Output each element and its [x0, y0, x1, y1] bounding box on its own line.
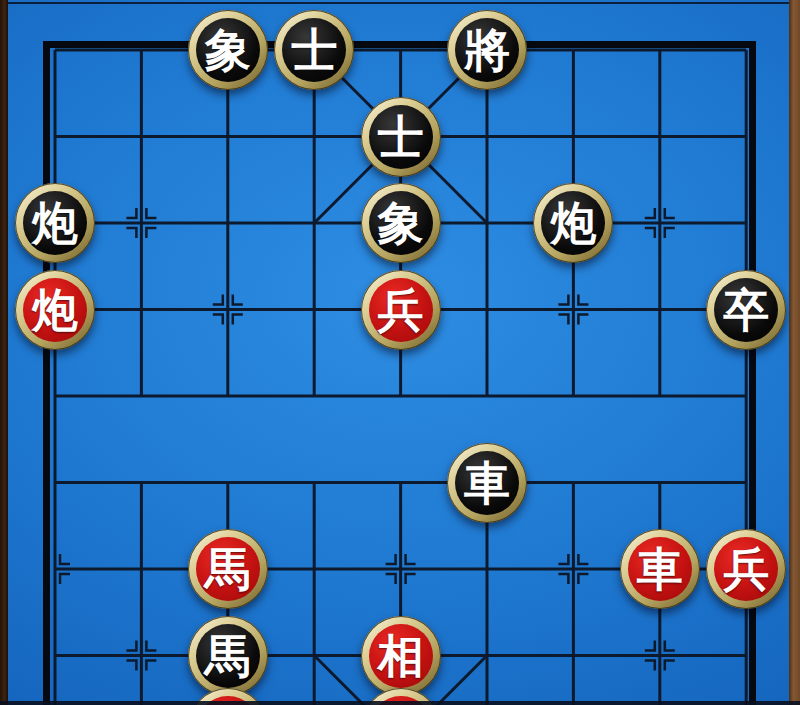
piece-red-horse[interactable]: 馬 [188, 529, 268, 609]
piece-black-advisor[interactable]: 士 [274, 10, 354, 90]
piece-character: 馬 [196, 537, 260, 601]
piece-black-elephant[interactable]: 象 [188, 10, 268, 90]
piece-character: 兵 [714, 537, 778, 601]
top-edge-line [0, 2, 800, 4]
piece-character: 車 [628, 537, 692, 601]
piece-black-cannon[interactable]: 炮 [15, 183, 95, 263]
pieces-layer: 象士將士炮象炮炮兵卒車馬車兵馬相 [0, 0, 800, 705]
left-frame-strip [0, 0, 8, 705]
piece-black-chariot[interactable]: 車 [447, 443, 527, 523]
piece-character: 象 [196, 18, 260, 82]
piece-character: 士 [369, 105, 433, 169]
piece-black-advisor[interactable]: 士 [361, 97, 441, 177]
piece-character: 炮 [23, 191, 87, 255]
piece-character: 相 [369, 624, 433, 688]
right-frame-strip [789, 0, 800, 705]
piece-character: 卒 [714, 278, 778, 342]
bottom-edge-band [0, 701, 800, 705]
piece-character: 炮 [541, 191, 605, 255]
piece-character: 炮 [23, 278, 87, 342]
piece-black-general[interactable]: 將 [447, 10, 527, 90]
xiangqi-board: 象士將士炮象炮炮兵卒車馬車兵馬相 [0, 0, 800, 705]
piece-character: 車 [455, 451, 519, 515]
piece-character: 將 [455, 18, 519, 82]
piece-character: 馬 [196, 624, 260, 688]
piece-red-soldier[interactable]: 兵 [361, 270, 441, 350]
piece-black-elephant[interactable]: 象 [361, 183, 441, 263]
piece-red-soldier[interactable]: 兵 [706, 529, 786, 609]
piece-red-chariot[interactable]: 車 [620, 529, 700, 609]
piece-black-soldier[interactable]: 卒 [706, 270, 786, 350]
piece-red-elephant[interactable]: 相 [361, 616, 441, 696]
piece-character: 士 [282, 18, 346, 82]
piece-black-horse[interactable]: 馬 [188, 616, 268, 696]
piece-character: 兵 [369, 278, 433, 342]
piece-red-cannon[interactable]: 炮 [15, 270, 95, 350]
piece-black-cannon[interactable]: 炮 [533, 183, 613, 263]
piece-character: 象 [369, 191, 433, 255]
